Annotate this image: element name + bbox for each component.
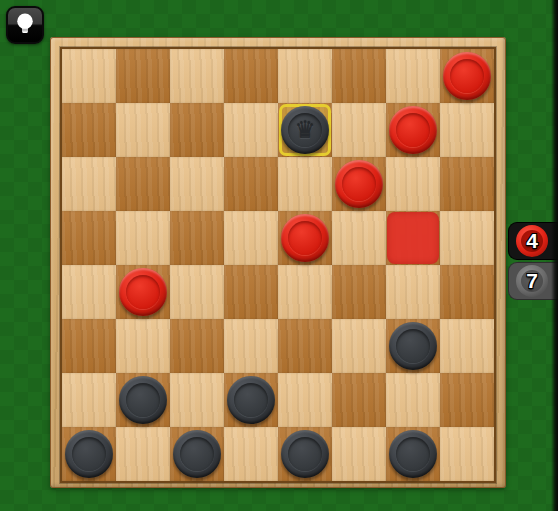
board-square[interactable]: [332, 49, 386, 103]
board-square: [62, 157, 116, 211]
board-square: [62, 49, 116, 103]
red-checker-piece[interactable]: [389, 106, 437, 154]
screen-edge-shadow: [551, 0, 558, 511]
board-square[interactable]: ♛: [278, 103, 332, 157]
board-square: [386, 373, 440, 427]
board-square: [332, 211, 386, 265]
board-square[interactable]: [278, 211, 332, 265]
board-square[interactable]: [170, 103, 224, 157]
board-square: [332, 319, 386, 373]
board-square[interactable]: [332, 265, 386, 319]
black-checker-icon: 7: [516, 265, 548, 297]
board-square[interactable]: [386, 211, 440, 265]
board-square: [278, 157, 332, 211]
black-checker-piece[interactable]: [227, 376, 275, 424]
board-square[interactable]: [386, 319, 440, 373]
board-square: [440, 319, 494, 373]
board-square: [386, 265, 440, 319]
board-square: [278, 265, 332, 319]
black-checker-piece[interactable]: [389, 322, 437, 370]
board-square: [62, 373, 116, 427]
board-square: [62, 265, 116, 319]
board-square[interactable]: [278, 427, 332, 481]
board-square[interactable]: [116, 157, 170, 211]
board-square[interactable]: [386, 103, 440, 157]
board-grid: ♛: [62, 49, 494, 481]
board-square: [170, 373, 224, 427]
board-square: [224, 211, 278, 265]
board-square: [440, 427, 494, 481]
board-frame: ♛: [50, 37, 506, 488]
board-square[interactable]: [170, 211, 224, 265]
red-checker-icon: 4: [516, 225, 548, 257]
black-king-piece[interactable]: ♛: [281, 106, 329, 154]
board-square: [170, 265, 224, 319]
board-square[interactable]: [62, 427, 116, 481]
board-square[interactable]: [386, 427, 440, 481]
board-square[interactable]: [116, 49, 170, 103]
board-square: [116, 103, 170, 157]
black-score: 7: [526, 269, 538, 293]
king-crown-icon: ♛: [295, 119, 316, 142]
red-checker-piece[interactable]: [335, 160, 383, 208]
board-square[interactable]: [224, 49, 278, 103]
red-score: 4: [526, 229, 538, 253]
board-square[interactable]: [170, 427, 224, 481]
board-square[interactable]: [440, 157, 494, 211]
red-checker-piece[interactable]: [281, 214, 329, 262]
board-square[interactable]: [224, 373, 278, 427]
black-checker-piece[interactable]: [389, 430, 437, 478]
board-square: [170, 49, 224, 103]
black-checker-piece[interactable]: [173, 430, 221, 478]
lightbulb-icon: [12, 11, 38, 39]
board-square[interactable]: [116, 373, 170, 427]
board-square[interactable]: [62, 319, 116, 373]
board-square: [386, 49, 440, 103]
board-square[interactable]: [440, 265, 494, 319]
board-square[interactable]: [224, 265, 278, 319]
board-square: [440, 103, 494, 157]
board-square: [278, 373, 332, 427]
board-square: [116, 427, 170, 481]
board-square[interactable]: [440, 49, 494, 103]
board-square: [386, 157, 440, 211]
hint-button[interactable]: [6, 6, 44, 44]
board-square: [224, 103, 278, 157]
board-square: [170, 157, 224, 211]
board-square[interactable]: [170, 319, 224, 373]
board-square[interactable]: [62, 103, 116, 157]
board-square[interactable]: [332, 157, 386, 211]
black-checker-piece[interactable]: [119, 376, 167, 424]
red-checker-piece[interactable]: [443, 52, 491, 100]
black-checker-piece[interactable]: [281, 430, 329, 478]
board-square[interactable]: [440, 373, 494, 427]
board-square: [332, 103, 386, 157]
board-square[interactable]: [62, 211, 116, 265]
red-checker-piece[interactable]: [119, 268, 167, 316]
move-target-highlight[interactable]: [387, 212, 439, 264]
board-square: [116, 319, 170, 373]
black-checker-piece[interactable]: [65, 430, 113, 478]
board-square: [440, 211, 494, 265]
board-square[interactable]: [116, 265, 170, 319]
board-square: [224, 427, 278, 481]
board-square: [278, 49, 332, 103]
board-square[interactable]: [332, 373, 386, 427]
board-square: [116, 211, 170, 265]
board-square: [224, 319, 278, 373]
board-square[interactable]: [278, 319, 332, 373]
board-square[interactable]: [224, 157, 278, 211]
board-square: [332, 427, 386, 481]
